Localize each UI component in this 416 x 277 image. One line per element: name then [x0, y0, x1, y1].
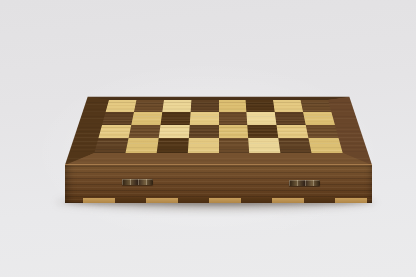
- bottom-edge-cell-1-light: [83, 198, 115, 203]
- square-r2c2-light: [131, 112, 162, 125]
- bottom-edge-cell-5-light: [209, 198, 241, 203]
- bottom-board-edge: [83, 198, 367, 203]
- square-r4c3-dark: [156, 138, 188, 153]
- square-r1c6-dark: [246, 100, 275, 112]
- square-r2c4-light: [189, 112, 218, 125]
- bottom-edge-cell-3-light: [146, 198, 178, 203]
- square-r3c8-dark: [306, 125, 339, 139]
- square-r1c8-dark: [301, 100, 332, 112]
- chessboard-top-face: [65, 97, 372, 165]
- bottom-edge-cell-9-light: [335, 198, 367, 203]
- square-r3c4-dark: [188, 125, 218, 139]
- latch-right: [289, 180, 320, 186]
- square-r4c2-light: [125, 138, 158, 153]
- square-r3c5-light: [219, 125, 249, 139]
- square-r2c3-dark: [160, 112, 190, 125]
- latch-left: [122, 179, 153, 185]
- square-r1c3-light: [162, 100, 191, 112]
- square-r3c2-dark: [128, 125, 160, 139]
- square-r4c7-dark: [279, 138, 312, 153]
- square-r2c5-dark: [219, 112, 248, 125]
- square-r1c1-light: [106, 100, 137, 112]
- bottom-edge-cell-8-dark: [304, 198, 336, 203]
- square-r4c4-light: [187, 138, 218, 153]
- square-r2c7-dark: [275, 112, 306, 125]
- square-r1c2-dark: [134, 100, 164, 112]
- chessboard-grid: [94, 100, 342, 153]
- bottom-edge-cell-4-dark: [178, 198, 210, 203]
- bottom-edge-cell-2-dark: [115, 198, 147, 203]
- square-r4c8-light: [309, 138, 343, 153]
- square-r3c1-light: [98, 125, 131, 139]
- square-r3c6-dark: [248, 125, 279, 139]
- square-r2c8-light: [303, 112, 335, 125]
- photo-background: [0, 0, 416, 277]
- square-r4c1-dark: [94, 138, 128, 153]
- square-r4c5-dark: [219, 138, 250, 153]
- square-r4c6-light: [249, 138, 281, 153]
- box-front-face: [65, 165, 372, 203]
- square-r2c6-light: [247, 112, 277, 125]
- square-r1c5-light: [219, 100, 247, 112]
- square-r2c1-dark: [102, 112, 134, 125]
- square-r3c7-light: [277, 125, 309, 139]
- bottom-edge-cell-6-dark: [241, 198, 273, 203]
- square-r3c3-light: [158, 125, 189, 139]
- square-r1c7-light: [273, 100, 303, 112]
- bottom-edge-cell-7-light: [272, 198, 304, 203]
- square-r1c4-dark: [190, 100, 218, 112]
